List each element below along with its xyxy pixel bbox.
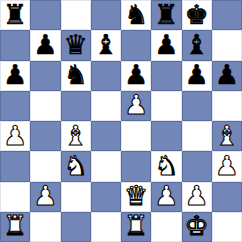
square-f1[interactable]	[151, 212, 181, 242]
square-h5[interactable]	[212, 91, 242, 121]
white-knight-piece[interactable]: ♞	[64, 152, 88, 179]
chess-board: ♜♞♜♚♟♛♝♟♝♟♞♟♟♟♟♟♝♝♞♞♟♟♛♟♟♜♜♚	[0, 0, 242, 242]
black-bishop-piece[interactable]: ♝	[94, 31, 118, 58]
square-b8[interactable]	[30, 0, 60, 30]
square-g2[interactable]: ♟	[182, 182, 212, 212]
square-g1[interactable]: ♚	[182, 212, 212, 242]
square-c1[interactable]	[61, 212, 91, 242]
white-pawn-piece[interactable]: ♟	[33, 182, 57, 209]
square-c2[interactable]	[61, 182, 91, 212]
square-h2[interactable]	[212, 182, 242, 212]
square-h1[interactable]	[212, 212, 242, 242]
square-a5[interactable]	[0, 91, 30, 121]
square-b3[interactable]	[30, 151, 60, 181]
square-d8[interactable]	[91, 0, 121, 30]
square-c3[interactable]: ♞	[61, 151, 91, 181]
square-d1[interactable]	[91, 212, 121, 242]
square-b7[interactable]: ♟	[30, 30, 60, 60]
square-e8[interactable]: ♞	[121, 0, 151, 30]
square-d3[interactable]	[91, 151, 121, 181]
square-b5[interactable]	[30, 91, 60, 121]
white-pawn-piece[interactable]: ♟	[185, 182, 209, 209]
square-a1[interactable]: ♜	[0, 212, 30, 242]
square-f3[interactable]: ♞	[151, 151, 181, 181]
square-a3[interactable]	[0, 151, 30, 181]
black-pawn-piece[interactable]: ♟	[33, 31, 57, 58]
square-b2[interactable]: ♟	[30, 182, 60, 212]
square-d7[interactable]: ♝	[91, 30, 121, 60]
square-e4[interactable]	[121, 121, 151, 151]
square-b4[interactable]	[30, 121, 60, 151]
square-f8[interactable]: ♜	[151, 0, 181, 30]
square-h7[interactable]	[212, 30, 242, 60]
white-pawn-piece[interactable]: ♟	[124, 91, 148, 118]
black-bishop-piece[interactable]: ♝	[185, 31, 209, 58]
black-king-piece[interactable]: ♚	[185, 1, 209, 28]
white-bishop-piece[interactable]: ♝	[215, 122, 239, 149]
square-a6[interactable]: ♟	[0, 61, 30, 91]
square-e5[interactable]: ♟	[121, 91, 151, 121]
white-bishop-piece[interactable]: ♝	[64, 122, 88, 149]
square-a4[interactable]: ♟	[0, 121, 30, 151]
square-g5[interactable]	[182, 91, 212, 121]
square-b6[interactable]	[30, 61, 60, 91]
square-f6[interactable]	[151, 61, 181, 91]
black-pawn-piece[interactable]: ♟	[3, 61, 27, 88]
square-e7[interactable]	[121, 30, 151, 60]
white-pawn-piece[interactable]: ♟	[3, 122, 27, 149]
white-pawn-piece[interactable]: ♟	[215, 152, 239, 179]
black-queen-piece[interactable]: ♛	[64, 31, 88, 58]
square-f7[interactable]: ♟	[151, 30, 181, 60]
white-rook-piece[interactable]: ♜	[124, 212, 148, 239]
square-f5[interactable]	[151, 91, 181, 121]
square-d5[interactable]	[91, 91, 121, 121]
square-h8[interactable]	[212, 0, 242, 30]
square-d4[interactable]	[91, 121, 121, 151]
square-e6[interactable]: ♟	[121, 61, 151, 91]
square-g3[interactable]	[182, 151, 212, 181]
square-e1[interactable]: ♜	[121, 212, 151, 242]
square-h4[interactable]: ♝	[212, 121, 242, 151]
black-rook-piece[interactable]: ♜	[3, 1, 27, 28]
square-a8[interactable]: ♜	[0, 0, 30, 30]
square-a7[interactable]	[0, 30, 30, 60]
white-knight-piece[interactable]: ♞	[154, 152, 178, 179]
black-knight-piece[interactable]: ♞	[64, 61, 88, 88]
square-g8[interactable]: ♚	[182, 0, 212, 30]
square-f2[interactable]: ♟	[151, 182, 181, 212]
black-pawn-piece[interactable]: ♟	[185, 61, 209, 88]
square-f4[interactable]	[151, 121, 181, 151]
square-c8[interactable]	[61, 0, 91, 30]
white-queen-piece[interactable]: ♛	[124, 182, 148, 209]
square-d2[interactable]	[91, 182, 121, 212]
white-pawn-piece[interactable]: ♟	[154, 182, 178, 209]
square-h3[interactable]: ♟	[212, 151, 242, 181]
black-pawn-piece[interactable]: ♟	[215, 61, 239, 88]
square-c5[interactable]	[61, 91, 91, 121]
black-knight-piece[interactable]: ♞	[124, 1, 148, 28]
white-king-piece[interactable]: ♚	[185, 212, 209, 239]
square-c6[interactable]: ♞	[61, 61, 91, 91]
square-e2[interactable]: ♛	[121, 182, 151, 212]
square-g7[interactable]: ♝	[182, 30, 212, 60]
square-g4[interactable]	[182, 121, 212, 151]
square-h6[interactable]: ♟	[212, 61, 242, 91]
square-e3[interactable]	[121, 151, 151, 181]
square-c7[interactable]: ♛	[61, 30, 91, 60]
square-g6[interactable]: ♟	[182, 61, 212, 91]
square-b1[interactable]	[30, 212, 60, 242]
square-c4[interactable]: ♝	[61, 121, 91, 151]
black-pawn-piece[interactable]: ♟	[154, 31, 178, 58]
square-a2[interactable]	[0, 182, 30, 212]
black-rook-piece[interactable]: ♜	[154, 1, 178, 28]
black-pawn-piece[interactable]: ♟	[124, 61, 148, 88]
square-d6[interactable]	[91, 61, 121, 91]
white-rook-piece[interactable]: ♜	[3, 212, 27, 239]
